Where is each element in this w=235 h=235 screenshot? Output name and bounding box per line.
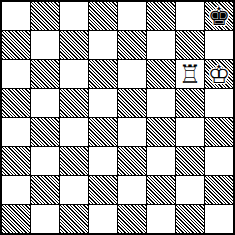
square-a2[interactable] (2, 176, 30, 204)
square-c6[interactable] (60, 60, 88, 88)
square-f3[interactable] (147, 147, 175, 175)
square-h7[interactable] (205, 31, 233, 59)
square-g3[interactable] (176, 147, 204, 175)
square-c8[interactable] (60, 2, 88, 30)
square-h6[interactable]: ♚♔ (205, 60, 233, 88)
square-b4[interactable] (31, 118, 59, 146)
square-h1[interactable] (205, 205, 233, 233)
square-g4[interactable] (176, 118, 204, 146)
square-c5[interactable] (60, 89, 88, 117)
square-b8[interactable] (31, 2, 59, 30)
square-d8[interactable] (89, 2, 117, 30)
square-d1[interactable] (89, 205, 117, 233)
square-a8[interactable] (2, 2, 30, 30)
square-c7[interactable] (60, 31, 88, 59)
square-f8[interactable] (147, 2, 175, 30)
square-d7[interactable] (89, 31, 117, 59)
square-b3[interactable] (31, 147, 59, 175)
square-d6[interactable] (89, 60, 117, 88)
square-e5[interactable] (118, 89, 146, 117)
square-e3[interactable] (118, 147, 146, 175)
square-e2[interactable] (118, 176, 146, 204)
square-f1[interactable] (147, 205, 175, 233)
square-h4[interactable] (205, 118, 233, 146)
chessboard: ♚♚♜♖♚♔ (0, 0, 235, 235)
square-b2[interactable] (31, 176, 59, 204)
square-f2[interactable] (147, 176, 175, 204)
square-d2[interactable] (89, 176, 117, 204)
square-e6[interactable] (118, 60, 146, 88)
square-f4[interactable] (147, 118, 175, 146)
square-c2[interactable] (60, 176, 88, 204)
white-king[interactable]: ♚♔ (205, 60, 233, 88)
square-f5[interactable] (147, 89, 175, 117)
square-h3[interactable] (205, 147, 233, 175)
square-g7[interactable] (176, 31, 204, 59)
square-a6[interactable] (2, 60, 30, 88)
square-g5[interactable] (176, 89, 204, 117)
square-c4[interactable] (60, 118, 88, 146)
square-g2[interactable] (176, 176, 204, 204)
black-king-glyph: ♚ (205, 2, 233, 30)
square-e7[interactable] (118, 31, 146, 59)
square-g6[interactable]: ♜♖ (176, 60, 204, 88)
white-rook-glyph: ♖ (176, 60, 204, 88)
square-b6[interactable] (31, 60, 59, 88)
square-h2[interactable] (205, 176, 233, 204)
square-a4[interactable] (2, 118, 30, 146)
square-h5[interactable] (205, 89, 233, 117)
square-a5[interactable] (2, 89, 30, 117)
square-e8[interactable] (118, 2, 146, 30)
square-b1[interactable] (31, 205, 59, 233)
square-a7[interactable] (2, 31, 30, 59)
square-a3[interactable] (2, 147, 30, 175)
square-e1[interactable] (118, 205, 146, 233)
square-f6[interactable] (147, 60, 175, 88)
square-c3[interactable] (60, 147, 88, 175)
square-c1[interactable] (60, 205, 88, 233)
square-e4[interactable] (118, 118, 146, 146)
square-f7[interactable] (147, 31, 175, 59)
square-d4[interactable] (89, 118, 117, 146)
square-g8[interactable] (176, 2, 204, 30)
square-b7[interactable] (31, 31, 59, 59)
square-g1[interactable] (176, 205, 204, 233)
square-b5[interactable] (31, 89, 59, 117)
white-king-glyph: ♔ (205, 60, 233, 88)
white-rook[interactable]: ♜♖ (176, 60, 204, 88)
square-a1[interactable] (2, 205, 30, 233)
chess-diagram: ♚♚♜♖♚♔ (0, 0, 235, 235)
square-h8[interactable]: ♚♚ (205, 2, 233, 30)
black-king[interactable]: ♚♚ (205, 2, 233, 30)
square-d5[interactable] (89, 89, 117, 117)
square-d3[interactable] (89, 147, 117, 175)
